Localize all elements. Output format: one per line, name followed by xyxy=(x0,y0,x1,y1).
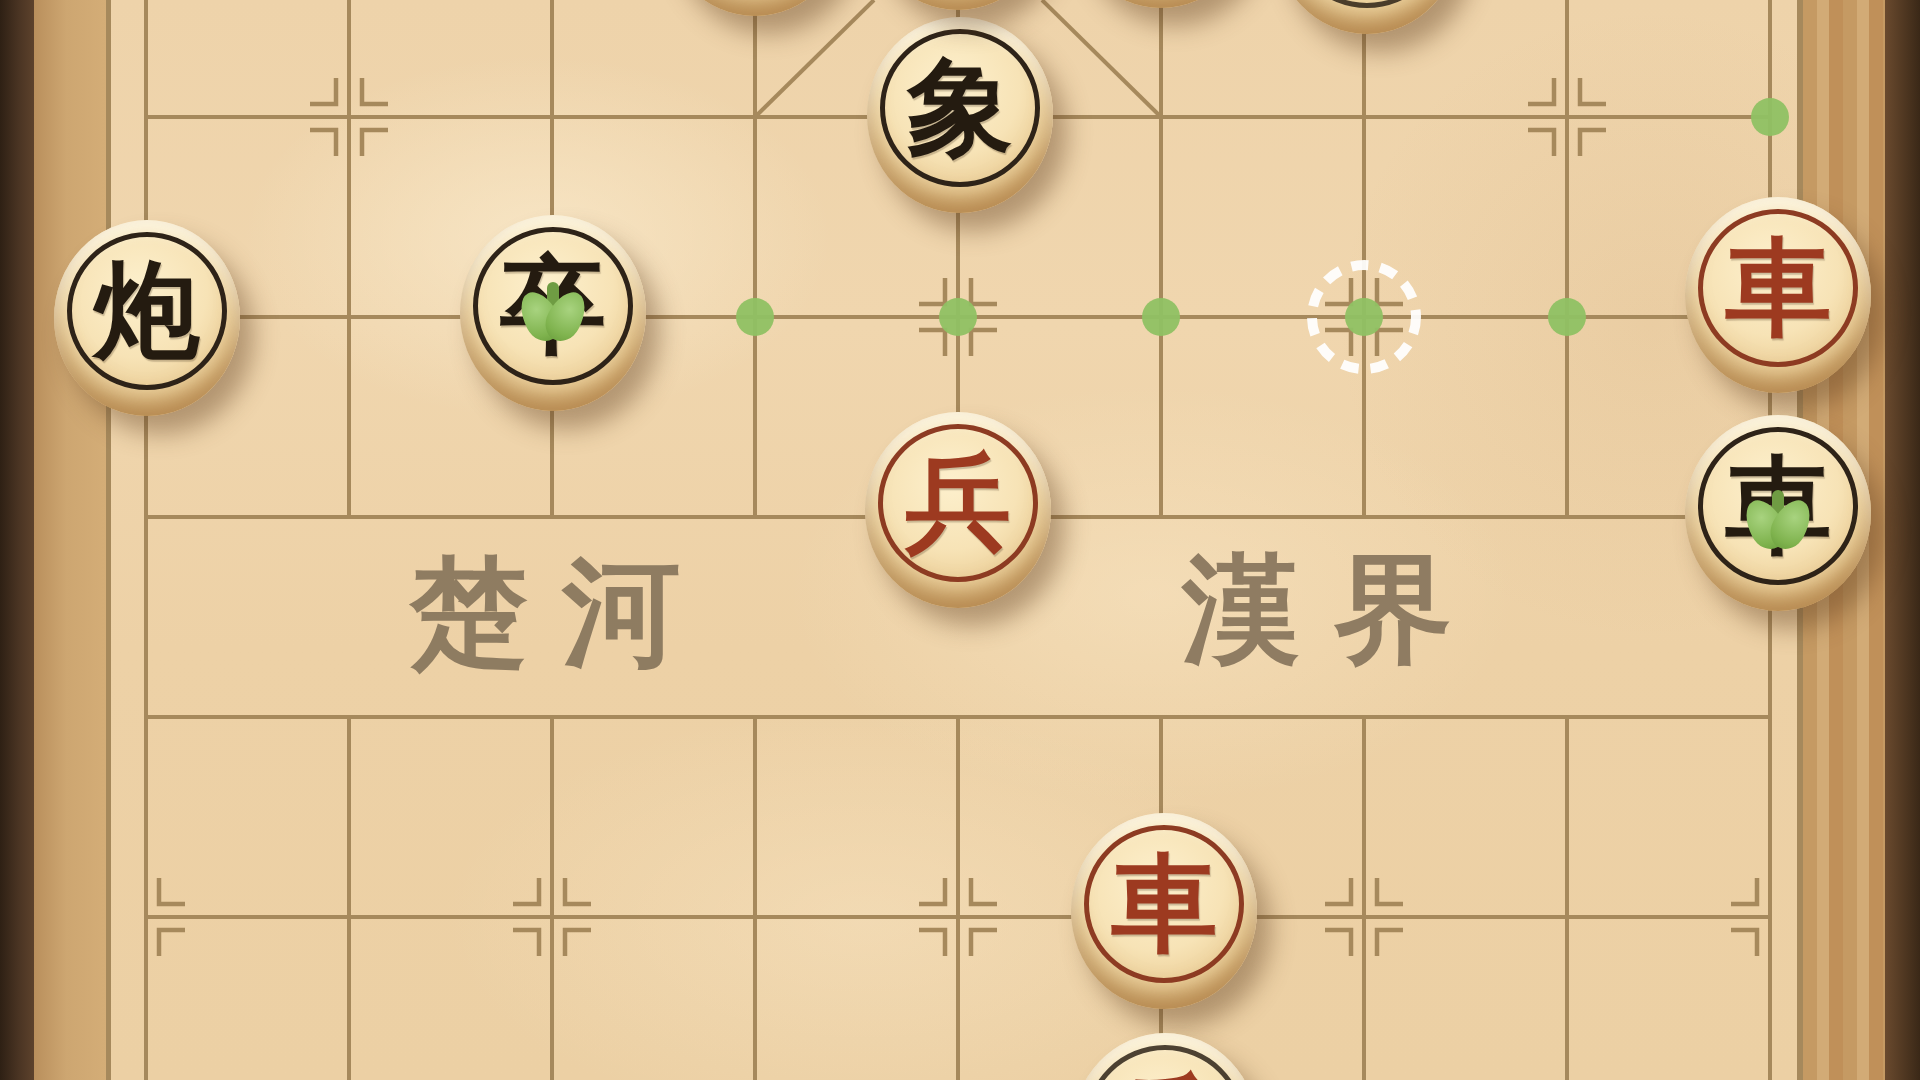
cursor-ring-layer xyxy=(0,0,1920,1080)
cursor-ring[interactable] xyxy=(1312,265,1416,369)
xiangqi-board[interactable]: 楚河 漢界 炮卒象兵車車車兵 xyxy=(0,0,1920,1080)
